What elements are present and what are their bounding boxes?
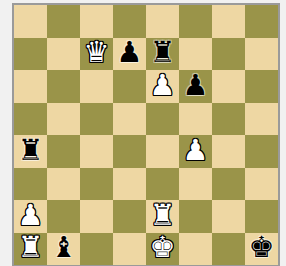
square-h5[interactable] <box>245 103 278 136</box>
square-a2[interactable]: ♟ <box>14 200 47 233</box>
square-b3[interactable] <box>47 168 80 201</box>
square-g4[interactable] <box>212 135 245 168</box>
piece-black-king[interactable]: ♚ <box>249 233 275 262</box>
square-c1[interactable] <box>80 233 113 266</box>
square-f4[interactable]: ♟ <box>179 135 212 168</box>
square-f2[interactable] <box>179 200 212 233</box>
square-f8[interactable] <box>179 5 212 38</box>
square-g6[interactable] <box>212 70 245 103</box>
square-c4[interactable] <box>80 135 113 168</box>
piece-black-pawn[interactable]: ♟ <box>117 38 143 67</box>
square-e6[interactable]: ♟ <box>146 70 179 103</box>
square-d4[interactable] <box>113 135 146 168</box>
square-e5[interactable] <box>146 103 179 136</box>
square-d3[interactable] <box>113 168 146 201</box>
square-e2[interactable]: ♜ <box>146 200 179 233</box>
square-c2[interactable] <box>80 200 113 233</box>
square-e8[interactable] <box>146 5 179 38</box>
square-f6[interactable]: ♟ <box>179 70 212 103</box>
piece-white-pawn[interactable]: ♟ <box>18 201 44 230</box>
square-e1[interactable]: ♚ <box>146 233 179 266</box>
square-c6[interactable] <box>80 70 113 103</box>
square-b6[interactable] <box>47 70 80 103</box>
square-a4[interactable]: ♜ <box>14 135 47 168</box>
square-e4[interactable] <box>146 135 179 168</box>
square-g2[interactable] <box>212 200 245 233</box>
square-b1[interactable]: ♝ <box>47 233 80 266</box>
piece-white-pawn[interactable]: ♟ <box>183 136 209 165</box>
square-e7[interactable]: ♜ <box>146 38 179 71</box>
piece-white-pawn[interactable]: ♟ <box>150 71 176 100</box>
square-f1[interactable] <box>179 233 212 266</box>
square-c3[interactable] <box>80 168 113 201</box>
square-h7[interactable] <box>245 38 278 71</box>
square-c5[interactable] <box>80 103 113 136</box>
square-f3[interactable] <box>179 168 212 201</box>
square-c8[interactable] <box>80 5 113 38</box>
square-d5[interactable] <box>113 103 146 136</box>
square-d7[interactable]: ♟ <box>113 38 146 71</box>
square-a7[interactable] <box>14 38 47 71</box>
square-e3[interactable] <box>146 168 179 201</box>
piece-white-queen[interactable]: ♛ <box>84 38 110 67</box>
square-d8[interactable] <box>113 5 146 38</box>
square-a5[interactable] <box>14 103 47 136</box>
chess-board-frame: ♛♟♜♟♟♜♟♟♜♜♝♚♚ <box>12 3 280 266</box>
square-h6[interactable] <box>245 70 278 103</box>
chess-board: ♛♟♜♟♟♜♟♟♜♜♝♚♚ <box>14 5 278 265</box>
piece-white-rook[interactable]: ♜ <box>150 201 176 230</box>
square-g5[interactable] <box>212 103 245 136</box>
piece-white-rook[interactable]: ♜ <box>18 233 44 262</box>
square-h4[interactable] <box>245 135 278 168</box>
square-f7[interactable] <box>179 38 212 71</box>
piece-black-rook[interactable]: ♜ <box>18 136 44 165</box>
square-d6[interactable] <box>113 70 146 103</box>
square-b2[interactable] <box>47 200 80 233</box>
square-h3[interactable] <box>245 168 278 201</box>
square-g7[interactable] <box>212 38 245 71</box>
square-g8[interactable] <box>212 5 245 38</box>
square-d2[interactable] <box>113 200 146 233</box>
piece-black-bishop[interactable]: ♝ <box>51 233 77 262</box>
square-d1[interactable] <box>113 233 146 266</box>
square-a3[interactable] <box>14 168 47 201</box>
square-a8[interactable] <box>14 5 47 38</box>
square-g1[interactable] <box>212 233 245 266</box>
piece-white-king[interactable]: ♚ <box>150 233 176 262</box>
square-h8[interactable] <box>245 5 278 38</box>
square-c7[interactable]: ♛ <box>80 38 113 71</box>
square-b4[interactable] <box>47 135 80 168</box>
piece-black-rook[interactable]: ♜ <box>150 38 176 67</box>
square-b8[interactable] <box>47 5 80 38</box>
square-f5[interactable] <box>179 103 212 136</box>
square-b7[interactable] <box>47 38 80 71</box>
piece-black-pawn[interactable]: ♟ <box>183 71 209 100</box>
square-a1[interactable]: ♜ <box>14 233 47 266</box>
square-h1[interactable]: ♚ <box>245 233 278 266</box>
square-h2[interactable] <box>245 200 278 233</box>
square-a6[interactable] <box>14 70 47 103</box>
square-g3[interactable] <box>212 168 245 201</box>
square-b5[interactable] <box>47 103 80 136</box>
